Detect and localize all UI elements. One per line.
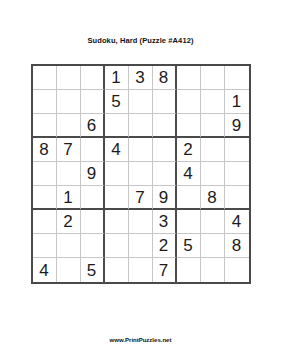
cell-r9c3[interactable]: 5 xyxy=(81,258,105,282)
cell-r5c1[interactable] xyxy=(33,162,57,186)
cell-r7c3[interactable] xyxy=(81,210,105,234)
cell-r3c6[interactable] xyxy=(153,114,177,138)
cell-r4c6[interactable] xyxy=(153,138,177,162)
puzzle-title: Sudoku, Hard (Puzzle #A412) xyxy=(0,36,281,45)
cell-r5c9[interactable] xyxy=(225,162,249,186)
cell-r1c5[interactable]: 3 xyxy=(129,66,153,90)
cell-r8c9[interactable]: 8 xyxy=(225,234,249,258)
cell-r4c1[interactable]: 8 xyxy=(33,138,57,162)
cell-r2c6[interactable] xyxy=(153,90,177,114)
cell-r6c9[interactable] xyxy=(225,186,249,210)
cell-r7c2[interactable]: 2 xyxy=(57,210,81,234)
cell-r4c7[interactable]: 2 xyxy=(177,138,201,162)
cell-r9c5[interactable] xyxy=(129,258,153,282)
cell-r1c9[interactable] xyxy=(225,66,249,90)
cell-r4c2[interactable]: 7 xyxy=(57,138,81,162)
cell-r4c8[interactable] xyxy=(201,138,225,162)
cell-r2c1[interactable] xyxy=(33,90,57,114)
cell-r6c8[interactable]: 8 xyxy=(201,186,225,210)
cell-r5c8[interactable] xyxy=(201,162,225,186)
cell-r7c5[interactable] xyxy=(129,210,153,234)
cell-r9c6[interactable]: 7 xyxy=(153,258,177,282)
cell-r8c4[interactable] xyxy=(105,234,129,258)
cell-r7c8[interactable] xyxy=(201,210,225,234)
cell-r6c3[interactable] xyxy=(81,186,105,210)
cell-r9c4[interactable] xyxy=(105,258,129,282)
cell-r2c7[interactable] xyxy=(177,90,201,114)
cell-r1c4[interactable]: 1 xyxy=(105,66,129,90)
cell-r3c3[interactable]: 6 xyxy=(81,114,105,138)
footer-url: www.PrintPuzzles.net xyxy=(0,337,281,343)
cell-r4c9[interactable] xyxy=(225,138,249,162)
cell-r3c2[interactable] xyxy=(57,114,81,138)
cell-r8c3[interactable] xyxy=(81,234,105,258)
cell-r1c2[interactable] xyxy=(57,66,81,90)
cell-r2c3[interactable] xyxy=(81,90,105,114)
cell-r4c5[interactable] xyxy=(129,138,153,162)
cell-r3c1[interactable] xyxy=(33,114,57,138)
cell-r6c7[interactable] xyxy=(177,186,201,210)
cell-r1c6[interactable]: 8 xyxy=(153,66,177,90)
cell-r3c7[interactable] xyxy=(177,114,201,138)
cell-r8c6[interactable]: 2 xyxy=(153,234,177,258)
cell-r7c6[interactable]: 3 xyxy=(153,210,177,234)
sudoku-board: 13851698742941798234258457 xyxy=(31,64,251,284)
cell-r8c2[interactable] xyxy=(57,234,81,258)
cell-r8c1[interactable] xyxy=(33,234,57,258)
cell-r6c2[interactable]: 1 xyxy=(57,186,81,210)
cell-r1c8[interactable] xyxy=(201,66,225,90)
cell-r1c3[interactable] xyxy=(81,66,105,90)
cell-r7c1[interactable] xyxy=(33,210,57,234)
cell-r2c4[interactable]: 5 xyxy=(105,90,129,114)
cell-r7c4[interactable] xyxy=(105,210,129,234)
cell-r2c5[interactable] xyxy=(129,90,153,114)
cell-r6c1[interactable] xyxy=(33,186,57,210)
cell-r1c1[interactable] xyxy=(33,66,57,90)
cell-r7c9[interactable]: 4 xyxy=(225,210,249,234)
cell-r5c3[interactable]: 9 xyxy=(81,162,105,186)
cell-r8c5[interactable] xyxy=(129,234,153,258)
cell-r7c7[interactable] xyxy=(177,210,201,234)
cell-r4c4[interactable]: 4 xyxy=(105,138,129,162)
cell-r2c9[interactable]: 1 xyxy=(225,90,249,114)
cell-r3c8[interactable] xyxy=(201,114,225,138)
cell-r5c4[interactable] xyxy=(105,162,129,186)
cell-r5c5[interactable] xyxy=(129,162,153,186)
cell-r3c9[interactable]: 9 xyxy=(225,114,249,138)
cell-r3c5[interactable] xyxy=(129,114,153,138)
cell-r6c4[interactable] xyxy=(105,186,129,210)
cell-r8c8[interactable] xyxy=(201,234,225,258)
cell-r1c7[interactable] xyxy=(177,66,201,90)
cell-r9c9[interactable] xyxy=(225,258,249,282)
cell-r9c8[interactable] xyxy=(201,258,225,282)
cell-r5c7[interactable]: 4 xyxy=(177,162,201,186)
cell-r9c7[interactable] xyxy=(177,258,201,282)
cell-r2c8[interactable] xyxy=(201,90,225,114)
cell-r8c7[interactable]: 5 xyxy=(177,234,201,258)
puzzle-page: Sudoku, Hard (Puzzle #A412) 138516987429… xyxy=(0,0,281,363)
cell-r4c3[interactable] xyxy=(81,138,105,162)
cell-r3c4[interactable] xyxy=(105,114,129,138)
cell-r5c6[interactable] xyxy=(153,162,177,186)
cell-r2c2[interactable] xyxy=(57,90,81,114)
cell-r9c2[interactable] xyxy=(57,258,81,282)
cell-r6c5[interactable]: 7 xyxy=(129,186,153,210)
cell-r5c2[interactable] xyxy=(57,162,81,186)
cell-r9c1[interactable]: 4 xyxy=(33,258,57,282)
cell-r6c6[interactable]: 9 xyxy=(153,186,177,210)
